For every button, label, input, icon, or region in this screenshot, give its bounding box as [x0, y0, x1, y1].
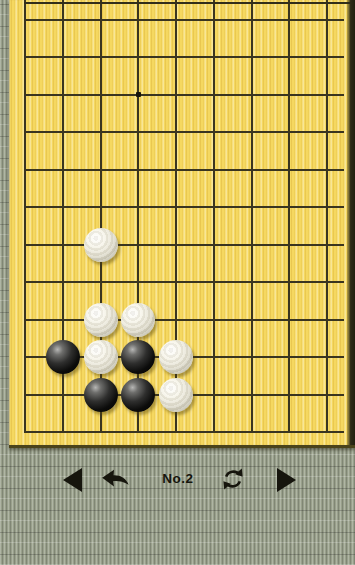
grid-line-horizontal — [24, 131, 344, 133]
grid-line-horizontal — [24, 281, 344, 283]
grid-line-vertical — [24, 0, 26, 433]
previous-move-button[interactable] — [63, 468, 82, 492]
restart-button[interactable] — [221, 467, 245, 491]
white-stone — [84, 340, 118, 374]
navigation-toolbar: No.2 — [0, 455, 355, 510]
undo-arrow-icon — [101, 469, 129, 489]
grid-line-horizontal — [24, 56, 344, 58]
grid-line-horizontal — [24, 19, 344, 21]
white-stone — [121, 303, 155, 337]
white-stone — [84, 303, 118, 337]
grid-line-vertical — [213, 0, 215, 433]
grid-line-vertical — [326, 0, 328, 433]
go-board[interactable] — [9, 0, 355, 448]
board-crop-edge-right — [347, 0, 355, 445]
grid-line-horizontal — [24, 319, 344, 321]
grid-line-horizontal — [24, 431, 344, 433]
grid-layer — [9, 0, 355, 445]
grid-line-horizontal — [24, 94, 344, 96]
move-number-label: No.2 — [150, 470, 206, 488]
board-crop-edge-top — [24, 2, 353, 4]
grid-line-vertical — [288, 0, 290, 433]
star-point — [136, 92, 141, 97]
circular-refresh-icon — [221, 467, 245, 491]
black-stone — [121, 378, 155, 412]
grid-line-vertical — [251, 0, 253, 433]
undo-button[interactable] — [101, 469, 129, 489]
black-stone — [121, 340, 155, 374]
grid-line-horizontal — [24, 206, 344, 208]
white-stone — [84, 228, 118, 262]
black-stone — [84, 378, 118, 412]
black-stone — [46, 340, 80, 374]
right-triangle-icon — [277, 468, 296, 492]
left-triangle-icon — [63, 468, 82, 492]
next-move-button[interactable] — [277, 468, 296, 492]
white-stone — [159, 378, 193, 412]
grid-line-horizontal — [24, 244, 344, 246]
white-stone — [159, 340, 193, 374]
grid-line-horizontal — [24, 169, 344, 171]
